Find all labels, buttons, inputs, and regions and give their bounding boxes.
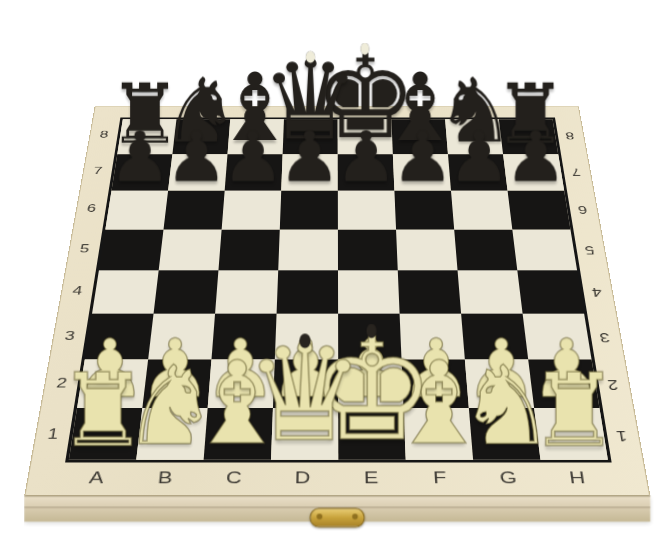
square-c5[interactable] — [218, 230, 279, 271]
file-label-b: B — [129, 461, 201, 496]
square-a5[interactable] — [99, 230, 164, 271]
playing-field: ♜♞♝♛♚♝♞♜♟♟♟♟♟♟♟♟♟♟♟♟♟♟♟♟♜♞♝♛♚♝♞♜ — [65, 118, 612, 463]
square-e6[interactable] — [338, 191, 396, 230]
piece-black-pawn[interactable]: ♟ — [278, 123, 341, 189]
square-h5[interactable] — [512, 230, 577, 271]
piece-white-rook[interactable]: ♜ — [529, 362, 619, 458]
square-g5[interactable] — [454, 230, 517, 271]
scene: 87654321 87654321 ABCDEFGH ♜♞♝♛♚♝♞♜♟♟♟♟♟… — [0, 0, 670, 558]
white-finial-tip — [306, 51, 315, 63]
rank-label-right-6: 6 — [565, 190, 600, 229]
piece-black-pawn[interactable]: ♟ — [335, 123, 398, 189]
square-d5[interactable] — [278, 230, 338, 271]
square-h4[interactable] — [517, 270, 584, 313]
square-e7[interactable]: ♟ — [338, 154, 395, 191]
black-finial-tip — [299, 334, 310, 349]
square-a6[interactable] — [105, 191, 168, 230]
square-a1[interactable]: ♜ — [69, 408, 142, 460]
square-h6[interactable] — [508, 191, 571, 230]
square-h1[interactable]: ♜ — [534, 408, 608, 460]
square-f6[interactable] — [394, 191, 454, 230]
square-b4[interactable] — [154, 270, 219, 313]
file-label-c: C — [199, 461, 270, 496]
rank-label-right-8: 8 — [553, 118, 586, 153]
square-g6[interactable] — [451, 191, 512, 230]
square-a7[interactable]: ♟ — [111, 154, 172, 191]
rank-label-right-7: 7 — [559, 153, 593, 190]
square-g7[interactable]: ♟ — [448, 154, 508, 191]
piece-white-rook[interactable]: ♜ — [58, 362, 148, 458]
brass-clasp — [310, 508, 365, 527]
file-label-e: E — [337, 461, 406, 496]
square-d7[interactable]: ♟ — [281, 154, 338, 191]
square-d1[interactable]: ♛ — [271, 408, 338, 460]
file-label-d: D — [268, 461, 337, 496]
black-finial-tip — [367, 324, 377, 339]
product-photo-background: 87654321 87654321 ABCDEFGH ♜♞♝♛♚♝♞♜♟♟♟♟♟… — [0, 0, 670, 558]
square-d6[interactable] — [280, 191, 338, 230]
piece-black-pawn[interactable]: ♟ — [222, 123, 285, 189]
square-c4[interactable] — [215, 270, 278, 313]
file-label-g: G — [473, 461, 545, 496]
file-label-f: F — [405, 461, 476, 496]
square-c7[interactable]: ♟ — [225, 154, 283, 191]
square-h7[interactable]: ♟ — [503, 154, 564, 191]
rank-label-right-5: 5 — [571, 229, 608, 270]
piece-black-pawn[interactable]: ♟ — [391, 123, 454, 189]
file-label-a: A — [60, 461, 134, 496]
square-c6[interactable] — [222, 191, 282, 230]
square-b6[interactable] — [163, 191, 224, 230]
square-f7[interactable]: ♟ — [393, 154, 451, 191]
square-g4[interactable] — [458, 270, 523, 313]
box-front-edge — [24, 495, 650, 521]
square-b5[interactable] — [159, 230, 222, 271]
square-a4[interactable] — [92, 270, 159, 313]
piece-black-pawn[interactable]: ♟ — [109, 123, 172, 189]
square-b7[interactable]: ♟ — [168, 154, 227, 191]
chess-board: 87654321 87654321 ABCDEFGH ♜♞♝♛♚♝♞♜♟♟♟♟♟… — [24, 106, 650, 496]
square-e5[interactable] — [338, 230, 398, 271]
square-f5[interactable] — [396, 230, 457, 271]
piece-black-pawn[interactable]: ♟ — [448, 123, 511, 189]
file-labels-bottom: ABCDEFGH — [60, 461, 615, 496]
white-finial-tip — [361, 43, 369, 55]
piece-black-pawn[interactable]: ♟ — [165, 123, 228, 189]
piece-white-queen[interactable]: ♛ — [244, 330, 365, 458]
file-label-h: H — [541, 461, 615, 496]
